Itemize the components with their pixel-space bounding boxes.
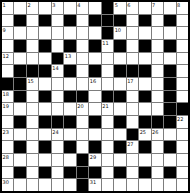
- cell-r2c3[interactable]: [27, 15, 38, 27]
- cell-r13c3[interactable]: [27, 154, 38, 166]
- cell-r3c1[interactable]: 9: [2, 27, 13, 39]
- block-cell-r15c7: [77, 179, 88, 191]
- block-cell-r8c10: [114, 91, 125, 103]
- block-cell-r1c9: [102, 2, 113, 14]
- block-cell-r4c14: [164, 40, 175, 52]
- cell-r7c15[interactable]: [177, 78, 188, 90]
- cell-r12c7[interactable]: [77, 141, 88, 153]
- clue-number-26: 26: [152, 129, 158, 135]
- cell-r11c1[interactable]: 23: [2, 129, 13, 141]
- cell-r14c3[interactable]: [27, 167, 38, 179]
- cell-r12c3[interactable]: [27, 141, 38, 153]
- clue-number-11: 11: [102, 40, 108, 46]
- cell-r5c4[interactable]: [39, 53, 50, 65]
- block-cell-r8c2: [14, 91, 25, 103]
- cell-r4c9[interactable]: 11: [102, 40, 113, 52]
- cell-r15c15[interactable]: [177, 179, 188, 191]
- cell-r12c9[interactable]: [102, 141, 113, 153]
- cell-r1c15[interactable]: 8: [177, 2, 188, 14]
- cell-r9c4[interactable]: [39, 103, 50, 115]
- cell-r10c9[interactable]: [102, 116, 113, 128]
- cell-r3c7[interactable]: [77, 27, 88, 39]
- crossword-board: 1234567891011121314151617181920212223242…: [0, 0, 190, 193]
- cell-r14c11[interactable]: [127, 167, 138, 179]
- cell-r15c2[interactable]: [14, 179, 25, 191]
- cell-r12c15[interactable]: [177, 141, 188, 153]
- cell-r7c4[interactable]: [39, 78, 50, 90]
- cell-r13c5[interactable]: [52, 154, 63, 166]
- cell-r9c8[interactable]: [89, 103, 100, 115]
- cell-r5c14[interactable]: [164, 53, 175, 65]
- block-cell-r8c7: [77, 91, 88, 103]
- cell-r3c15[interactable]: [177, 27, 188, 39]
- block-cell-r2c6: [64, 15, 75, 27]
- cell-r1c12[interactable]: [139, 2, 150, 14]
- cell-r13c12[interactable]: [139, 154, 150, 166]
- cell-r6c5[interactable]: 14: [52, 65, 63, 77]
- clue-number-24: 24: [52, 129, 58, 135]
- clue-number-1: 1: [3, 2, 6, 8]
- cell-r3c11[interactable]: [127, 27, 138, 39]
- block-cell-r9c14: [164, 103, 175, 115]
- cell-r2c5[interactable]: [52, 15, 63, 27]
- cell-r1c8[interactable]: [89, 2, 100, 14]
- clue-number-30: 30: [3, 179, 9, 185]
- block-cell-r11c11: [127, 129, 138, 141]
- cell-r3c3[interactable]: [27, 27, 38, 39]
- cell-r1c3[interactable]: 2: [27, 2, 38, 14]
- cell-r1c10[interactable]: 5: [114, 2, 125, 14]
- block-cell-r2c14: [164, 15, 175, 27]
- cell-r1c14[interactable]: [164, 2, 175, 14]
- cell-r12c13[interactable]: [152, 141, 163, 153]
- block-cell-r14c14: [164, 167, 175, 179]
- cell-r4c11[interactable]: [127, 40, 138, 52]
- cell-r11c7[interactable]: [77, 129, 88, 141]
- clue-number-12: 12: [3, 53, 9, 59]
- block-cell-r6c2: [14, 65, 25, 77]
- block-cell-r14c8: [89, 167, 100, 179]
- clue-number-3: 3: [52, 2, 55, 8]
- cell-r11c2[interactable]: [14, 129, 25, 141]
- block-cell-r2c12: [139, 15, 150, 27]
- clue-number-14: 14: [52, 65, 58, 71]
- cell-r12c1[interactable]: [2, 141, 13, 153]
- cell-r3c14[interactable]: [164, 27, 175, 39]
- cell-r7c3[interactable]: 15: [27, 78, 38, 90]
- block-cell-r12c12: [139, 141, 150, 153]
- cell-r8c11[interactable]: [127, 91, 138, 103]
- cell-r7c6[interactable]: [64, 78, 75, 90]
- cell-r11c10[interactable]: [114, 129, 125, 141]
- cell-r10c7[interactable]: [77, 116, 88, 128]
- block-cell-r6c10: [114, 65, 125, 77]
- block-cell-r6c14: [164, 65, 175, 77]
- block-cell-r9c15: [177, 103, 188, 115]
- cell-r15c13[interactable]: [152, 179, 163, 191]
- cell-r8c15[interactable]: [177, 91, 188, 103]
- block-cell-r4c2: [14, 40, 25, 52]
- block-cell-r6c11: [127, 65, 138, 77]
- block-cell-r2c9: [102, 15, 113, 27]
- block-cell-r7c2: [14, 78, 25, 90]
- block-cell-r6c3: [27, 65, 38, 77]
- cell-r13c15[interactable]: [177, 154, 188, 166]
- cell-r13c10[interactable]: [114, 154, 125, 166]
- cell-r5c2[interactable]: [14, 53, 25, 65]
- clue-number-9: 9: [3, 27, 6, 33]
- cell-r11c14[interactable]: [164, 129, 175, 141]
- cell-r5c1[interactable]: 12: [2, 53, 13, 65]
- cell-r13c14[interactable]: [164, 154, 175, 166]
- cell-r4c1[interactable]: [2, 40, 13, 52]
- cell-r8c13[interactable]: [152, 91, 163, 103]
- cell-r1c11[interactable]: 6: [127, 2, 138, 14]
- cell-r14c15[interactable]: [177, 167, 188, 179]
- block-cell-r4c8: [89, 40, 100, 52]
- cell-r5c7[interactable]: [77, 53, 88, 65]
- cell-r14c13[interactable]: [152, 167, 163, 179]
- block-cell-r10c14: [164, 116, 175, 128]
- block-cell-r6c12: [139, 65, 150, 77]
- cell-r9c3[interactable]: [27, 103, 38, 115]
- cell-r7c11[interactable]: 17: [127, 78, 138, 90]
- block-cell-r10c8: [89, 116, 100, 128]
- cell-r9c1[interactable]: 19: [2, 103, 13, 115]
- cell-r15c6[interactable]: [64, 179, 75, 191]
- clue-number-17: 17: [127, 78, 133, 84]
- block-cell-r2c8: [89, 15, 100, 27]
- clue-number-27: 27: [127, 141, 133, 147]
- block-cell-r10c10: [114, 116, 125, 128]
- block-cell-r4c10: [114, 40, 125, 52]
- cell-r15c9[interactable]: [102, 179, 113, 191]
- clue-number-8: 8: [177, 2, 180, 8]
- cell-r11c3[interactable]: [27, 129, 38, 141]
- cell-r10c15[interactable]: 22: [177, 116, 188, 128]
- cell-r4c5[interactable]: [52, 40, 63, 52]
- cell-r4c7[interactable]: [77, 40, 88, 52]
- cell-r3c13[interactable]: [152, 27, 163, 39]
- cell-r1c7[interactable]: 4: [77, 2, 88, 14]
- cell-r15c3[interactable]: [27, 179, 38, 191]
- clue-number-7: 7: [152, 2, 155, 8]
- block-cell-r8c14: [164, 91, 175, 103]
- cell-r14c9[interactable]: [102, 167, 113, 179]
- clue-number-13: 13: [65, 53, 71, 59]
- block-cell-r12c8: [89, 141, 100, 153]
- cell-r15c11[interactable]: [127, 179, 138, 191]
- cell-r13c1[interactable]: 28: [2, 154, 13, 166]
- cell-r6c7[interactable]: [77, 65, 88, 77]
- cell-r5c8[interactable]: [89, 53, 100, 65]
- cell-r8c3[interactable]: [27, 91, 38, 103]
- clue-number-25: 25: [140, 129, 146, 135]
- cell-r15c8[interactable]: 31: [89, 179, 100, 191]
- cell-r1c1[interactable]: 1: [2, 2, 13, 14]
- block-cell-r8c4: [39, 91, 50, 103]
- cell-r13c2[interactable]: [14, 154, 25, 166]
- block-cell-r8c6: [64, 91, 75, 103]
- cell-r3c4[interactable]: [39, 27, 50, 39]
- cell-r3c12[interactable]: [139, 27, 150, 39]
- cell-r2c1[interactable]: [2, 15, 13, 27]
- block-cell-r2c4: [39, 15, 50, 27]
- cell-r13c13[interactable]: [152, 154, 163, 166]
- block-cell-r12c14: [164, 141, 175, 153]
- cell-r7c7[interactable]: [77, 78, 88, 90]
- block-cell-r10c12: [139, 116, 150, 128]
- block-cell-r7c1: [2, 78, 13, 90]
- cell-r13c4[interactable]: [39, 154, 50, 166]
- block-cell-r10c4: [39, 116, 50, 128]
- block-cell-r4c12: [139, 40, 150, 52]
- cell-r1c4[interactable]: [39, 2, 50, 14]
- cell-r5c3[interactable]: [27, 53, 38, 65]
- cell-r9c5[interactable]: [52, 103, 63, 115]
- cell-r15c1[interactable]: 30: [2, 179, 13, 191]
- cell-r5c10[interactable]: [114, 53, 125, 65]
- cell-r9c10[interactable]: [114, 103, 125, 115]
- cell-r9c13[interactable]: [152, 103, 163, 115]
- clue-number-6: 6: [127, 2, 130, 8]
- cell-r7c5[interactable]: [52, 78, 63, 90]
- cell-r1c5[interactable]: 3: [52, 2, 63, 14]
- cell-r15c12[interactable]: [139, 179, 150, 191]
- block-cell-r10c2: [14, 116, 25, 128]
- block-cell-r7c14: [164, 78, 175, 90]
- cell-r10c11[interactable]: [127, 116, 138, 128]
- clue-number-2: 2: [27, 2, 30, 8]
- cell-r6c1[interactable]: [2, 65, 13, 77]
- block-cell-r14c10: [114, 167, 125, 179]
- clue-number-15: 15: [27, 78, 33, 84]
- cell-r5c13[interactable]: [152, 53, 163, 65]
- cell-r6c9[interactable]: [102, 65, 113, 77]
- block-cell-r6c8: [89, 65, 100, 77]
- block-cell-r6c6: [64, 65, 75, 77]
- block-cell-r6c4: [39, 65, 50, 77]
- block-cell-r12c6: [64, 141, 75, 153]
- cell-r10c3[interactable]: [27, 116, 38, 128]
- cell-r11c6[interactable]: [64, 129, 75, 141]
- clue-number-20: 20: [77, 103, 83, 109]
- cell-r1c2[interactable]: [14, 2, 25, 14]
- clue-number-21: 21: [102, 103, 108, 109]
- block-cell-r12c4: [39, 141, 50, 153]
- cell-r11c12[interactable]: 25: [139, 129, 150, 141]
- block-cell-r14c12: [139, 167, 150, 179]
- cell-r5c6[interactable]: 13: [64, 53, 75, 65]
- cell-r7c8[interactable]: 16: [89, 78, 100, 90]
- cell-r5c12[interactable]: [139, 53, 150, 65]
- cell-r6c15[interactable]: [177, 65, 188, 77]
- cell-r2c15[interactable]: [177, 15, 188, 27]
- cell-r7c10[interactable]: [114, 78, 125, 90]
- block-cell-r2c2: [14, 15, 25, 27]
- clue-number-5: 5: [115, 2, 118, 8]
- cell-r9c7[interactable]: 20: [77, 103, 88, 115]
- cell-r12c5[interactable]: [52, 141, 63, 153]
- cell-r7c13[interactable]: [152, 78, 163, 90]
- clue-number-22: 22: [177, 116, 183, 122]
- block-cell-r2c10: [114, 15, 125, 27]
- clue-number-31: 31: [90, 179, 96, 185]
- clue-number-18: 18: [3, 91, 9, 97]
- cell-r11c15[interactable]: [177, 129, 188, 141]
- cell-r9c6[interactable]: [64, 103, 75, 115]
- block-cell-r12c2: [14, 141, 25, 153]
- block-cell-r4c6: [64, 40, 75, 52]
- cell-r6c13[interactable]: [152, 65, 163, 77]
- cell-r11c9[interactable]: [102, 129, 113, 141]
- cell-r3c8[interactable]: [89, 27, 100, 39]
- cell-r9c9[interactable]: 21: [102, 103, 113, 115]
- block-cell-r8c9: [102, 91, 113, 103]
- block-cell-r10c13: [152, 116, 163, 128]
- block-cell-r5c5: [52, 53, 63, 65]
- cell-r15c4[interactable]: [39, 179, 50, 191]
- clue-number-23: 23: [3, 129, 9, 135]
- clue-number-29: 29: [90, 154, 96, 160]
- cell-r12c11[interactable]: 27: [127, 141, 138, 153]
- clue-number-19: 19: [3, 103, 9, 109]
- cell-r13c6[interactable]: [64, 154, 75, 166]
- cell-r9c11[interactable]: [127, 103, 138, 115]
- cell-r11c5[interactable]: 24: [52, 129, 63, 141]
- block-cell-r14c6: [64, 167, 75, 179]
- block-cell-r14c2: [14, 167, 25, 179]
- cell-r11c13[interactable]: 26: [152, 129, 163, 141]
- block-cell-r8c12: [139, 91, 150, 103]
- cell-r9c2[interactable]: [14, 103, 25, 115]
- cell-r4c15[interactable]: [177, 40, 188, 52]
- cell-r15c14[interactable]: [164, 179, 175, 191]
- cell-r3c6[interactable]: [64, 27, 75, 39]
- clue-number-28: 28: [3, 154, 9, 160]
- cell-r13c11[interactable]: [127, 154, 138, 166]
- cell-r5c9[interactable]: [102, 53, 113, 65]
- block-cell-r13c7: [77, 154, 88, 166]
- block-cell-r12c10: [114, 141, 125, 153]
- cell-r4c13[interactable]: [152, 40, 163, 52]
- cell-r7c9[interactable]: [102, 78, 113, 90]
- cell-r4c3[interactable]: [27, 40, 38, 52]
- block-cell-r4c4: [39, 40, 50, 52]
- cell-r13c8[interactable]: 29: [89, 154, 100, 166]
- cell-r2c13[interactable]: [152, 15, 163, 27]
- block-cell-r14c4: [39, 167, 50, 179]
- clue-number-4: 4: [77, 2, 80, 8]
- cell-r3c2[interactable]: [14, 27, 25, 39]
- cell-r8c1[interactable]: 18: [2, 91, 13, 103]
- block-cell-r3c9: [102, 27, 113, 39]
- cell-r11c4[interactable]: [39, 129, 50, 141]
- cell-r1c13[interactable]: 7: [152, 2, 163, 14]
- block-cell-r10c5: [52, 116, 63, 128]
- cell-r3c5[interactable]: [52, 27, 63, 39]
- cell-r14c5[interactable]: [52, 167, 63, 179]
- block-cell-r14c7: [77, 167, 88, 179]
- cell-r9c12[interactable]: [139, 103, 150, 115]
- cell-r14c1[interactable]: [2, 167, 13, 179]
- cell-r15c5[interactable]: [52, 179, 63, 191]
- cell-r13c9[interactable]: [102, 154, 113, 166]
- cell-r1c6[interactable]: [64, 2, 75, 14]
- cell-r2c7[interactable]: [77, 15, 88, 27]
- block-cell-r10c6: [64, 116, 75, 128]
- cell-r15c10[interactable]: [114, 179, 125, 191]
- cell-r8c8[interactable]: [89, 91, 100, 103]
- clue-number-16: 16: [90, 78, 96, 84]
- cell-r8c5[interactable]: [52, 91, 63, 103]
- cell-r3c10[interactable]: 10: [114, 27, 125, 39]
- cell-r2c11[interactable]: [127, 15, 138, 27]
- cell-r7c12[interactable]: [139, 78, 150, 90]
- cell-r5c11[interactable]: [127, 53, 138, 65]
- cell-r11c8[interactable]: [89, 129, 100, 141]
- cell-r5c15[interactable]: [177, 53, 188, 65]
- cell-r10c1[interactable]: [2, 116, 13, 128]
- clue-number-10: 10: [115, 27, 121, 33]
